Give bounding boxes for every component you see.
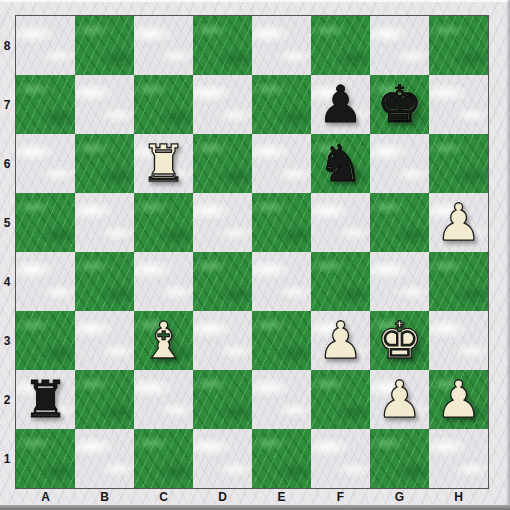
square-c3[interactable]: ♝: [134, 311, 193, 370]
square-c6[interactable]: ♜: [134, 134, 193, 193]
frame-bevel-right: [506, 0, 510, 510]
square-c4[interactable]: [134, 252, 193, 311]
square-g1[interactable]: [370, 429, 429, 488]
square-a7[interactable]: [16, 75, 75, 134]
square-a2[interactable]: ♜: [16, 370, 75, 429]
piece-white-king-g3[interactable]: ♚: [377, 311, 423, 370]
rank-label-8: 8: [0, 16, 14, 75]
file-label-f: F: [311, 489, 370, 505]
square-h5[interactable]: ♟: [429, 193, 488, 252]
square-g8[interactable]: [370, 16, 429, 75]
square-g7[interactable]: ♚: [370, 75, 429, 134]
rank-label-7: 7: [0, 75, 14, 134]
square-b1[interactable]: [75, 429, 134, 488]
square-a5[interactable]: [16, 193, 75, 252]
square-g4[interactable]: [370, 252, 429, 311]
square-e3[interactable]: [252, 311, 311, 370]
square-d1[interactable]: [193, 429, 252, 488]
piece-black-pawn-f7[interactable]: ♟: [318, 75, 364, 134]
square-h8[interactable]: [429, 16, 488, 75]
square-a3[interactable]: [16, 311, 75, 370]
file-label-b: B: [75, 489, 134, 505]
rank-label-4: 4: [0, 252, 14, 311]
square-b6[interactable]: [75, 134, 134, 193]
square-e8[interactable]: [252, 16, 311, 75]
square-b7[interactable]: [75, 75, 134, 134]
square-h3[interactable]: [429, 311, 488, 370]
square-f4[interactable]: [311, 252, 370, 311]
square-a1[interactable]: [16, 429, 75, 488]
rank-label-1: 1: [0, 429, 14, 488]
square-e6[interactable]: [252, 134, 311, 193]
piece-white-pawn-g2[interactable]: ♟: [377, 370, 423, 429]
square-h2[interactable]: ♟: [429, 370, 488, 429]
square-b8[interactable]: [75, 16, 134, 75]
square-g3[interactable]: ♚: [370, 311, 429, 370]
square-c5[interactable]: [134, 193, 193, 252]
square-g5[interactable]: [370, 193, 429, 252]
square-e4[interactable]: [252, 252, 311, 311]
rank-label-6: 6: [0, 134, 14, 193]
square-b5[interactable]: [75, 193, 134, 252]
piece-black-knight-f6[interactable]: ♞: [318, 134, 364, 193]
square-f5[interactable]: [311, 193, 370, 252]
piece-white-pawn-h5[interactable]: ♟: [436, 193, 482, 252]
square-b3[interactable]: [75, 311, 134, 370]
square-f3[interactable]: ♟: [311, 311, 370, 370]
square-h6[interactable]: [429, 134, 488, 193]
rank-label-5: 5: [0, 193, 14, 252]
square-f1[interactable]: [311, 429, 370, 488]
piece-white-pawn-f3[interactable]: ♟: [318, 311, 364, 370]
file-label-d: D: [193, 489, 252, 505]
square-h4[interactable]: [429, 252, 488, 311]
rank-label-2: 2: [0, 370, 14, 429]
frame-bevel-bottom: [0, 505, 510, 510]
frame-bevel-top: [0, 0, 510, 2]
square-d4[interactable]: [193, 252, 252, 311]
chess-board: ♟♚♜♞♟♝♟♚♜♟♟: [15, 15, 489, 489]
square-d8[interactable]: [193, 16, 252, 75]
square-c1[interactable]: [134, 429, 193, 488]
square-g2[interactable]: ♟: [370, 370, 429, 429]
square-e7[interactable]: [252, 75, 311, 134]
square-f7[interactable]: ♟: [311, 75, 370, 134]
piece-white-rook-c6[interactable]: ♜: [141, 134, 187, 193]
piece-black-king-g7[interactable]: ♚: [377, 75, 423, 134]
piece-black-rook-a2[interactable]: ♜: [23, 370, 69, 429]
square-d5[interactable]: [193, 193, 252, 252]
square-a6[interactable]: [16, 134, 75, 193]
square-f8[interactable]: [311, 16, 370, 75]
square-f6[interactable]: ♞: [311, 134, 370, 193]
square-h1[interactable]: [429, 429, 488, 488]
square-b2[interactable]: [75, 370, 134, 429]
file-label-c: C: [134, 489, 193, 505]
chessboard-frame: ♟♚♜♞♟♝♟♚♜♟♟ 87654321ABCDEFGH: [0, 0, 510, 510]
square-e5[interactable]: [252, 193, 311, 252]
file-label-h: H: [429, 489, 488, 505]
square-a8[interactable]: [16, 16, 75, 75]
square-b4[interactable]: [75, 252, 134, 311]
square-e2[interactable]: [252, 370, 311, 429]
square-g6[interactable]: [370, 134, 429, 193]
square-c8[interactable]: [134, 16, 193, 75]
rank-label-3: 3: [0, 311, 14, 370]
square-e1[interactable]: [252, 429, 311, 488]
square-f2[interactable]: [311, 370, 370, 429]
square-c7[interactable]: [134, 75, 193, 134]
square-h7[interactable]: [429, 75, 488, 134]
square-d2[interactable]: [193, 370, 252, 429]
square-d6[interactable]: [193, 134, 252, 193]
square-d7[interactable]: [193, 75, 252, 134]
square-a4[interactable]: [16, 252, 75, 311]
file-label-g: G: [370, 489, 429, 505]
file-label-a: A: [16, 489, 75, 505]
piece-white-pawn-h2[interactable]: ♟: [436, 370, 482, 429]
piece-white-bishop-c3[interactable]: ♝: [141, 311, 187, 370]
file-label-e: E: [252, 489, 311, 505]
square-d3[interactable]: [193, 311, 252, 370]
square-c2[interactable]: [134, 370, 193, 429]
